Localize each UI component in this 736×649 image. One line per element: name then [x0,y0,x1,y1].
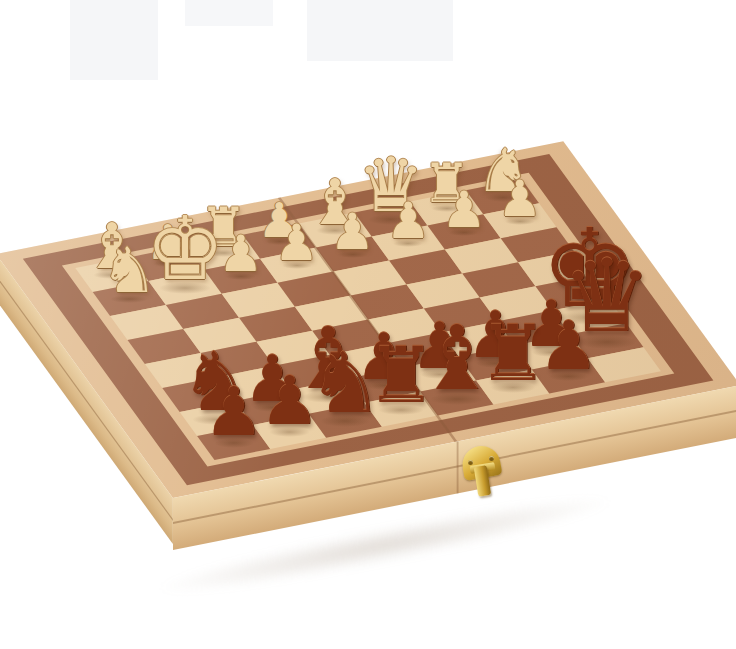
piece-shadow [316,226,354,235]
background-artifact [70,0,158,80]
piece-shadow [490,382,536,393]
piece-shadow [577,335,638,349]
piece-shadow [282,262,312,269]
piece-shadow [368,214,413,225]
piece-shadow [532,348,570,357]
background-artifact [307,0,453,61]
clasp-screw [468,460,473,465]
piece-shadow [265,238,294,245]
brass-clasp [458,444,510,510]
piece-shadow [548,372,588,381]
piece-shadow [214,438,254,447]
clasp-screw [489,456,494,461]
piece-shadow [269,427,309,436]
piece-shadow [393,240,423,247]
piece-shadow [378,405,424,416]
piece-shadow [449,229,479,236]
product-photo-chess-set: { "game": "chess", "scene": "folding woo… [0,0,736,649]
piece-shadow [192,414,241,425]
piece-shadow [207,249,239,257]
piece-shadow [431,205,463,213]
background-artifact [185,0,273,26]
piece-shadow [320,415,370,427]
piece-shadow [485,193,521,201]
piece-shadow [430,393,483,405]
piece-shadow [505,218,535,225]
piece-shadow [338,251,368,258]
piece-shadow [420,370,458,379]
